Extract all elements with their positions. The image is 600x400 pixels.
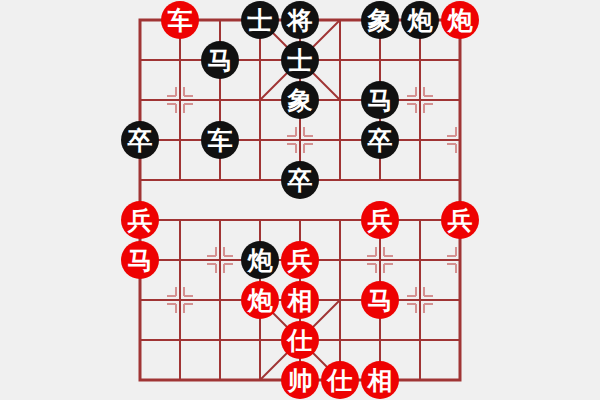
piece-red-horse[interactable]: 马	[361, 281, 399, 319]
piece-red-advisor[interactable]: 仕	[321, 361, 359, 399]
piece-black-elephant[interactable]: 象	[281, 81, 319, 119]
piece-red-cannon[interactable]: 炮	[241, 281, 279, 319]
piece-black-advisor[interactable]: 士	[281, 41, 319, 79]
piece-black-soldier[interactable]: 卒	[281, 161, 319, 199]
piece-red-chariot[interactable]: 车	[161, 1, 199, 39]
piece-red-soldier[interactable]: 兵	[121, 201, 159, 239]
piece-black-soldier[interactable]: 卒	[121, 121, 159, 159]
piece-black-cannon[interactable]: 炮	[241, 241, 279, 279]
piece-black-horse[interactable]: 马	[361, 81, 399, 119]
pieces-layer: 车士将象炮炮马士象马卒车卒卒兵兵兵马炮兵炮相马仕帅仕相	[0, 0, 600, 400]
piece-red-soldier[interactable]: 兵	[441, 201, 479, 239]
piece-black-advisor[interactable]: 士	[241, 1, 279, 39]
piece-black-soldier[interactable]: 卒	[361, 121, 399, 159]
piece-red-soldier[interactable]: 兵	[361, 201, 399, 239]
piece-black-elephant[interactable]: 象	[361, 1, 399, 39]
piece-red-advisor[interactable]: 仕	[281, 321, 319, 359]
piece-black-cannon[interactable]: 炮	[401, 1, 439, 39]
piece-black-chariot[interactable]: 车	[201, 121, 239, 159]
piece-red-horse[interactable]: 马	[121, 241, 159, 279]
piece-red-elephant[interactable]: 相	[281, 281, 319, 319]
piece-red-cannon[interactable]: 炮	[441, 1, 479, 39]
piece-red-elephant[interactable]: 相	[361, 361, 399, 399]
piece-black-general[interactable]: 将	[281, 1, 319, 39]
piece-black-horse[interactable]: 马	[201, 41, 239, 79]
piece-red-soldier[interactable]: 兵	[281, 241, 319, 279]
piece-red-general[interactable]: 帅	[281, 361, 319, 399]
xiangqi-board: 车士将象炮炮马士象马卒车卒卒兵兵兵马炮兵炮相马仕帅仕相	[0, 0, 600, 400]
